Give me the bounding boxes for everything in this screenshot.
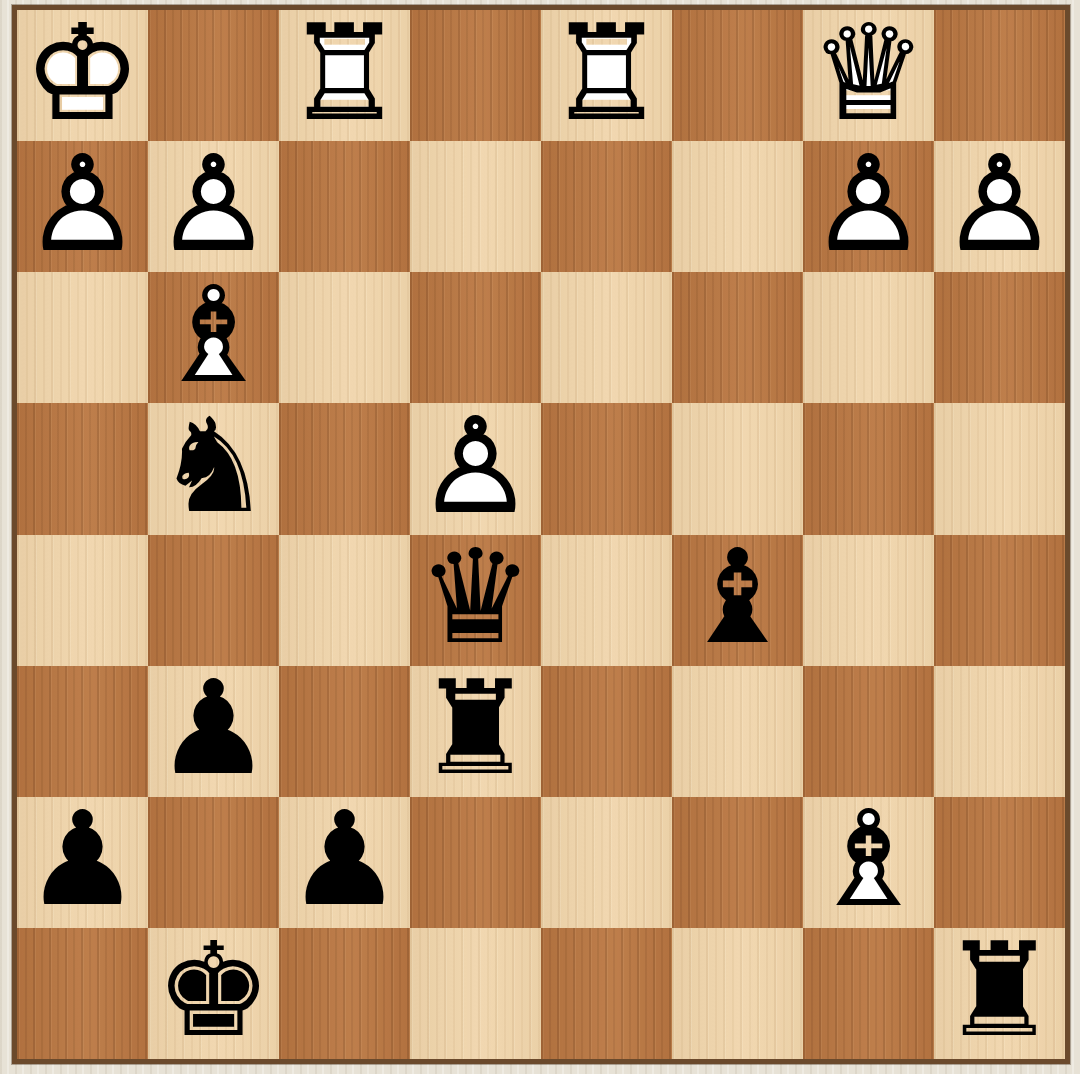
white-pawn-icon: ♙	[17, 138, 148, 269]
piece-black-king[interactable]: ♚	[148, 928, 279, 1059]
square-d6[interactable]	[541, 666, 672, 797]
black-queen-icon: ♛	[410, 532, 541, 663]
piece-white-queen[interactable]: ♛♕	[803, 10, 934, 141]
square-h5[interactable]	[17, 535, 148, 666]
square-f3[interactable]	[279, 272, 410, 403]
square-g5[interactable]	[148, 535, 279, 666]
black-bishop-icon: ♝	[672, 532, 803, 663]
square-b2[interactable]: ♟♙	[803, 141, 934, 272]
square-b3[interactable]	[803, 272, 934, 403]
white-queen-icon: ♕	[803, 7, 934, 138]
black-rook-icon: ♜	[410, 663, 541, 794]
piece-black-pawn[interactable]: ♟	[17, 797, 148, 928]
square-e6[interactable]: ♜	[410, 666, 541, 797]
square-f6[interactable]	[279, 666, 410, 797]
white-rook-icon: ♖	[279, 7, 410, 138]
square-h4[interactable]	[17, 403, 148, 534]
white-bishop-icon: ♗	[148, 269, 279, 400]
square-e3[interactable]	[410, 272, 541, 403]
chess-board: ♚♔♜♖♜♖♛♕♟♙♟♙♟♙♟♙♝♗♞♟♙♛♝♟♜♟♟♝♗♚♜	[12, 5, 1070, 1064]
square-b5[interactable]	[803, 535, 934, 666]
square-d7[interactable]	[541, 797, 672, 928]
square-g6[interactable]: ♟	[148, 666, 279, 797]
square-g2[interactable]: ♟♙	[148, 141, 279, 272]
square-a2[interactable]: ♟♙	[934, 141, 1065, 272]
square-b1[interactable]: ♛♕	[803, 10, 934, 141]
piece-black-knight[interactable]: ♞	[148, 403, 279, 534]
square-c2[interactable]	[672, 141, 803, 272]
piece-white-king[interactable]: ♚♔	[17, 10, 148, 141]
black-king-icon: ♚	[148, 925, 279, 1056]
white-pawn-icon: ♙	[148, 138, 279, 269]
piece-white-pawn[interactable]: ♟♙	[410, 403, 541, 534]
square-a4[interactable]	[934, 403, 1065, 534]
square-d1[interactable]: ♜♖	[541, 10, 672, 141]
white-bishop-icon: ♗	[803, 794, 934, 925]
square-c4[interactable]	[672, 403, 803, 534]
square-f2[interactable]	[279, 141, 410, 272]
black-knight-icon: ♞	[148, 400, 279, 531]
square-b7[interactable]: ♝♗	[803, 797, 934, 928]
square-c1[interactable]	[672, 10, 803, 141]
piece-white-bishop[interactable]: ♝♗	[803, 797, 934, 928]
piece-black-pawn[interactable]: ♟	[279, 797, 410, 928]
square-h6[interactable]	[17, 666, 148, 797]
piece-black-rook[interactable]: ♜	[934, 928, 1065, 1059]
square-f5[interactable]	[279, 535, 410, 666]
white-rook-icon: ♖	[541, 7, 672, 138]
square-e7[interactable]	[410, 797, 541, 928]
square-a8[interactable]: ♜	[934, 928, 1065, 1059]
square-f1[interactable]: ♜♖	[279, 10, 410, 141]
square-f8[interactable]	[279, 928, 410, 1059]
black-pawn-icon: ♟	[279, 794, 410, 925]
square-e8[interactable]	[410, 928, 541, 1059]
square-h3[interactable]	[17, 272, 148, 403]
square-h7[interactable]: ♟	[17, 797, 148, 928]
white-pawn-icon: ♙	[803, 138, 934, 269]
square-g3[interactable]: ♝♗	[148, 272, 279, 403]
square-g7[interactable]	[148, 797, 279, 928]
square-a6[interactable]	[934, 666, 1065, 797]
square-a1[interactable]	[934, 10, 1065, 141]
square-f7[interactable]: ♟	[279, 797, 410, 928]
square-a3[interactable]	[934, 272, 1065, 403]
square-c7[interactable]	[672, 797, 803, 928]
square-h8[interactable]	[17, 928, 148, 1059]
square-g4[interactable]: ♞	[148, 403, 279, 534]
white-king-icon: ♔	[17, 7, 148, 138]
square-f4[interactable]	[279, 403, 410, 534]
white-pawn-icon: ♙	[410, 400, 541, 531]
piece-black-rook[interactable]: ♜	[410, 666, 541, 797]
square-e2[interactable]	[410, 141, 541, 272]
square-e4[interactable]: ♟♙	[410, 403, 541, 534]
piece-white-pawn[interactable]: ♟♙	[148, 141, 279, 272]
square-d2[interactable]	[541, 141, 672, 272]
square-a7[interactable]	[934, 797, 1065, 928]
square-g1[interactable]	[148, 10, 279, 141]
piece-black-bishop[interactable]: ♝	[672, 535, 803, 666]
piece-white-pawn[interactable]: ♟♙	[803, 141, 934, 272]
piece-white-bishop[interactable]: ♝♗	[148, 272, 279, 403]
square-d8[interactable]	[541, 928, 672, 1059]
white-pawn-icon: ♙	[934, 138, 1065, 269]
square-d4[interactable]	[541, 403, 672, 534]
piece-white-pawn[interactable]: ♟♙	[17, 141, 148, 272]
square-h2[interactable]: ♟♙	[17, 141, 148, 272]
piece-black-queen[interactable]: ♛	[410, 535, 541, 666]
square-e5[interactable]: ♛	[410, 535, 541, 666]
square-e1[interactable]	[410, 10, 541, 141]
black-pawn-icon: ♟	[17, 794, 148, 925]
square-g8[interactable]: ♚	[148, 928, 279, 1059]
square-c8[interactable]	[672, 928, 803, 1059]
page-background: { "game": "chess", "view": { "orientatio…	[0, 0, 1080, 1074]
square-d5[interactable]	[541, 535, 672, 666]
square-a5[interactable]	[934, 535, 1065, 666]
black-pawn-icon: ♟	[148, 663, 279, 794]
square-c3[interactable]	[672, 272, 803, 403]
square-d3[interactable]	[541, 272, 672, 403]
square-b8[interactable]	[803, 928, 934, 1059]
piece-white-rook[interactable]: ♜♖	[541, 10, 672, 141]
piece-black-pawn[interactable]: ♟	[148, 666, 279, 797]
square-b6[interactable]	[803, 666, 934, 797]
square-c5[interactable]: ♝	[672, 535, 803, 666]
piece-white-rook[interactable]: ♜♖	[279, 10, 410, 141]
square-b4[interactable]	[803, 403, 934, 534]
square-h1[interactable]: ♚♔	[17, 10, 148, 141]
piece-white-pawn[interactable]: ♟♙	[934, 141, 1065, 272]
square-c6[interactable]	[672, 666, 803, 797]
black-rook-icon: ♜	[934, 925, 1065, 1056]
